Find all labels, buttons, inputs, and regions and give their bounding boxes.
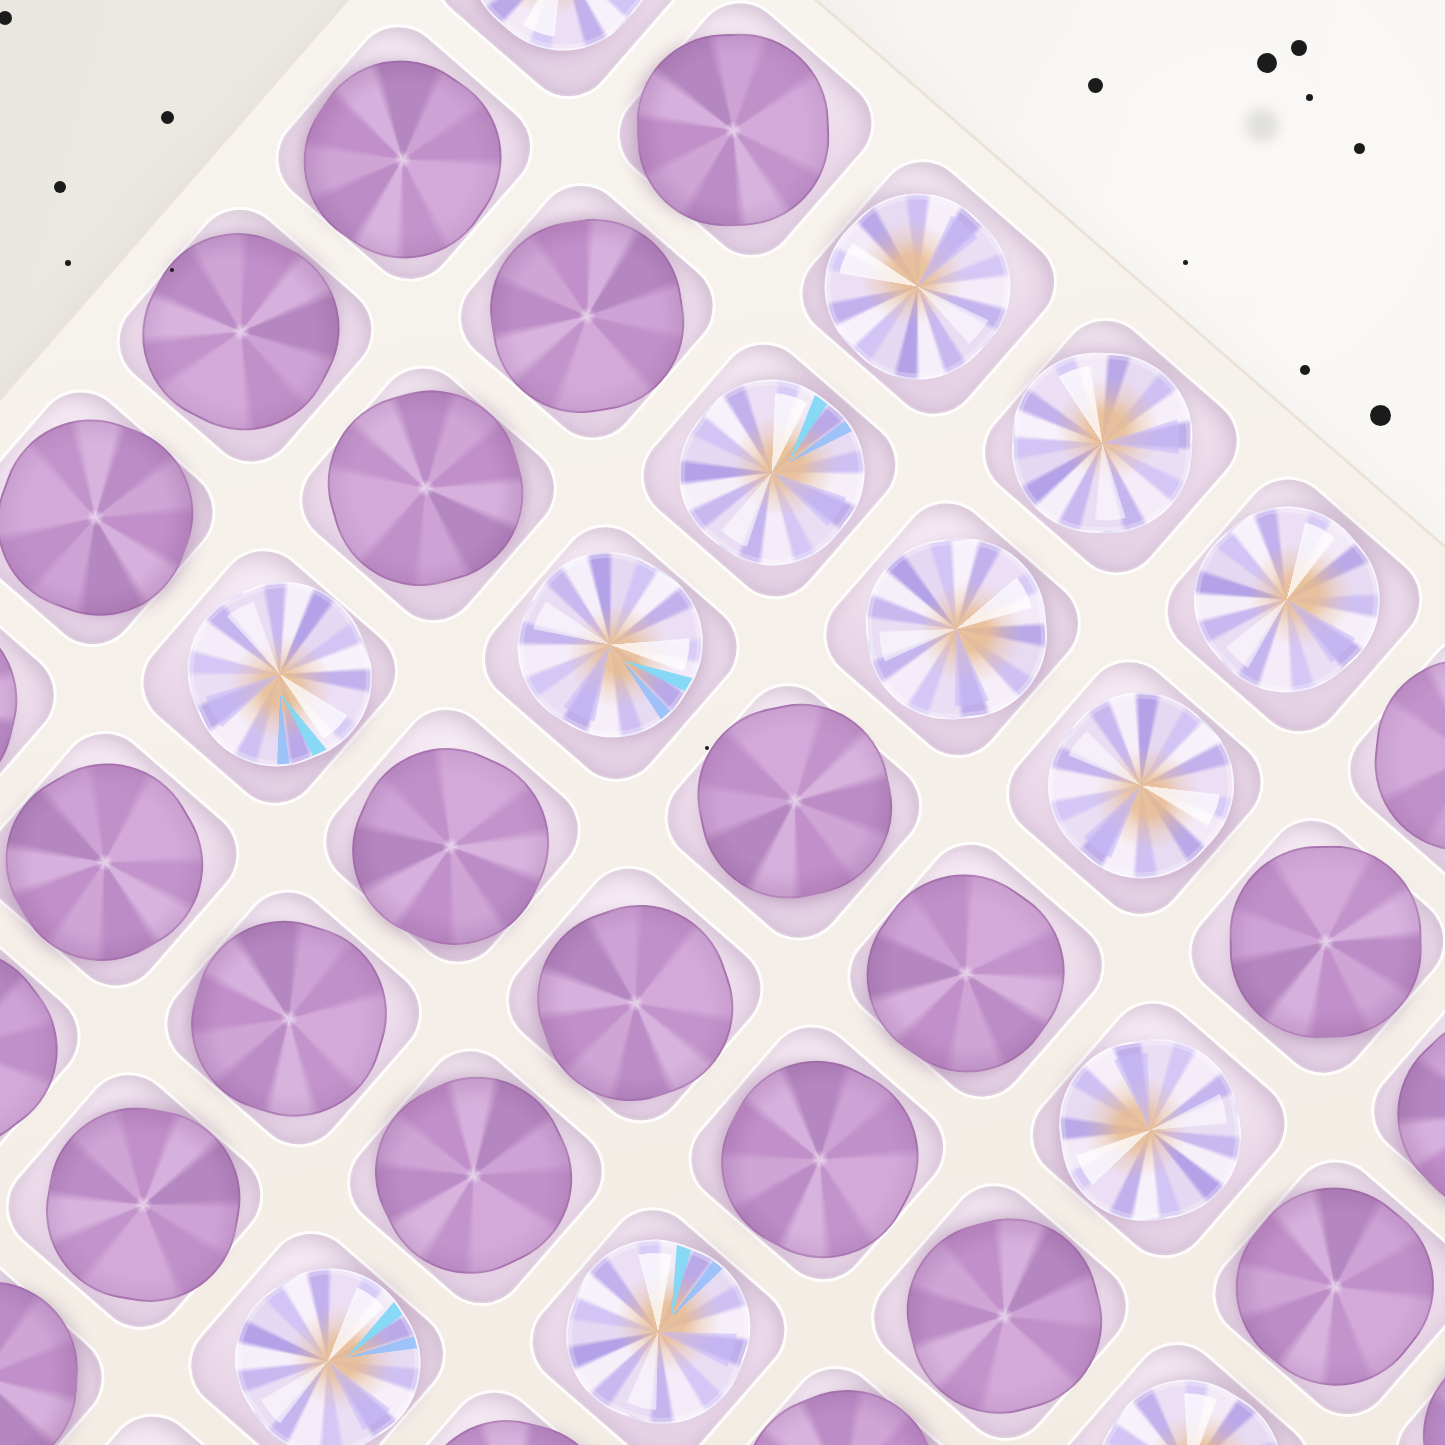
ink-speckle bbox=[1183, 260, 1188, 265]
crystal-face-down bbox=[477, 206, 697, 426]
crystal-face-up bbox=[1009, 350, 1195, 536]
crystal-face-down bbox=[0, 1276, 82, 1445]
photo-canvas: { "scene": { "type": "overhead macro pho… bbox=[0, 0, 1445, 1445]
ink-speckle bbox=[170, 268, 174, 272]
crystal-face-down bbox=[690, 1030, 950, 1290]
ink-speckle bbox=[161, 111, 174, 124]
crystal-face-down bbox=[887, 1198, 1122, 1433]
crystal-face-down bbox=[513, 881, 757, 1125]
crystal-face-down bbox=[324, 720, 577, 973]
crystal-face-down bbox=[634, 31, 833, 230]
crystal-face-down bbox=[0, 591, 35, 821]
crystal-face-down bbox=[269, 26, 536, 293]
ink-speckle bbox=[705, 746, 709, 750]
crystal-face-down bbox=[681, 687, 909, 915]
ink-speckle bbox=[1257, 53, 1277, 73]
ink-smudge bbox=[1245, 108, 1279, 142]
ink-speckle bbox=[1306, 94, 1313, 101]
crystal-face-down bbox=[0, 395, 218, 641]
crystal-face-up bbox=[1160, 473, 1414, 727]
crystal-face-up bbox=[859, 531, 1054, 726]
crystal-face-up bbox=[162, 556, 398, 792]
crystal-face-down bbox=[1228, 844, 1423, 1039]
crystal-face-up bbox=[1049, 1028, 1252, 1231]
crystal-face-down bbox=[1417, 1341, 1445, 1445]
crystal-face-up bbox=[487, 521, 734, 768]
ink-speckle bbox=[1291, 40, 1307, 56]
crystal-face-up bbox=[542, 1215, 775, 1445]
crystal-face-down bbox=[345, 1047, 602, 1304]
ink-speckle bbox=[54, 181, 66, 193]
ink-speckle bbox=[65, 260, 71, 266]
ink-speckle bbox=[1354, 143, 1365, 154]
ink-speckle bbox=[1370, 405, 1391, 426]
ink-speckle bbox=[1300, 365, 1310, 375]
ink-speckle bbox=[1088, 78, 1103, 93]
crystal-face-down bbox=[1366, 650, 1445, 861]
crystal-face-down bbox=[32, 1093, 254, 1315]
crystal-face-up bbox=[203, 1237, 452, 1445]
crystal-face-down bbox=[112, 203, 370, 461]
crystal-face-up bbox=[645, 346, 898, 599]
crystal-face-up bbox=[790, 159, 1045, 414]
crystal-face-up bbox=[1014, 658, 1268, 912]
crystal-face-down bbox=[0, 731, 236, 993]
crystal-face-down bbox=[169, 899, 409, 1139]
crystal-face-down bbox=[307, 369, 544, 606]
